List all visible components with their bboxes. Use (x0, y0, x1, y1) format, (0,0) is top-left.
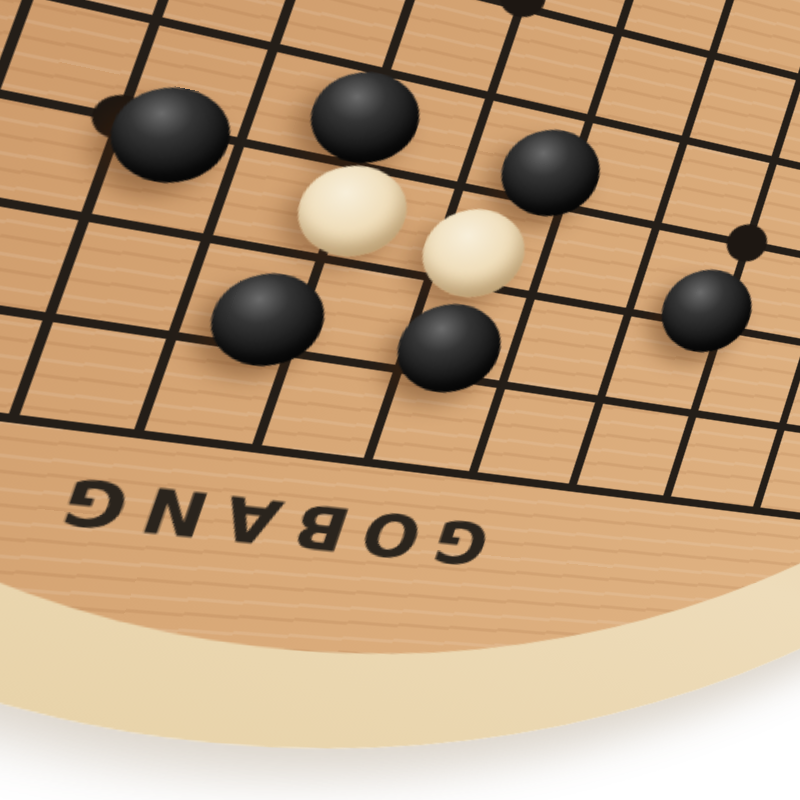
gobang-board: GOBANG (0, 0, 800, 800)
product-photo-scene: GOBANG (0, 0, 800, 800)
